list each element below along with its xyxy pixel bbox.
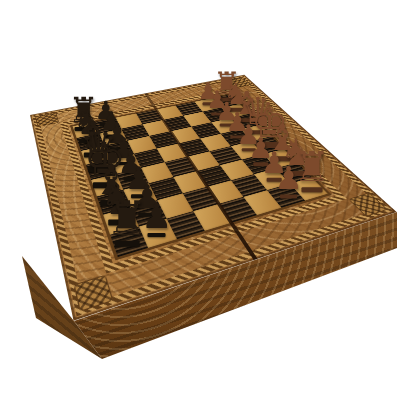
corner-lattice-medallion [73,275,113,312]
piece-black-rook[interactable]: ♜ [105,196,148,247]
corner-lattice-medallion [348,193,388,217]
photo-scene: ♜♟♞♟♝♟♟♜♛♟♟♞♚♟♟♝♝♟♟♛♞♟♟♚♜♟♟♝♟♞♟♜ [0,0,400,400]
pawn-glyph: ♟ [275,165,303,195]
rook-glyph: ♜ [105,196,148,241]
corner-lattice-medallion [35,112,59,127]
piece-white-pawn[interactable]: ♟ [275,165,303,199]
